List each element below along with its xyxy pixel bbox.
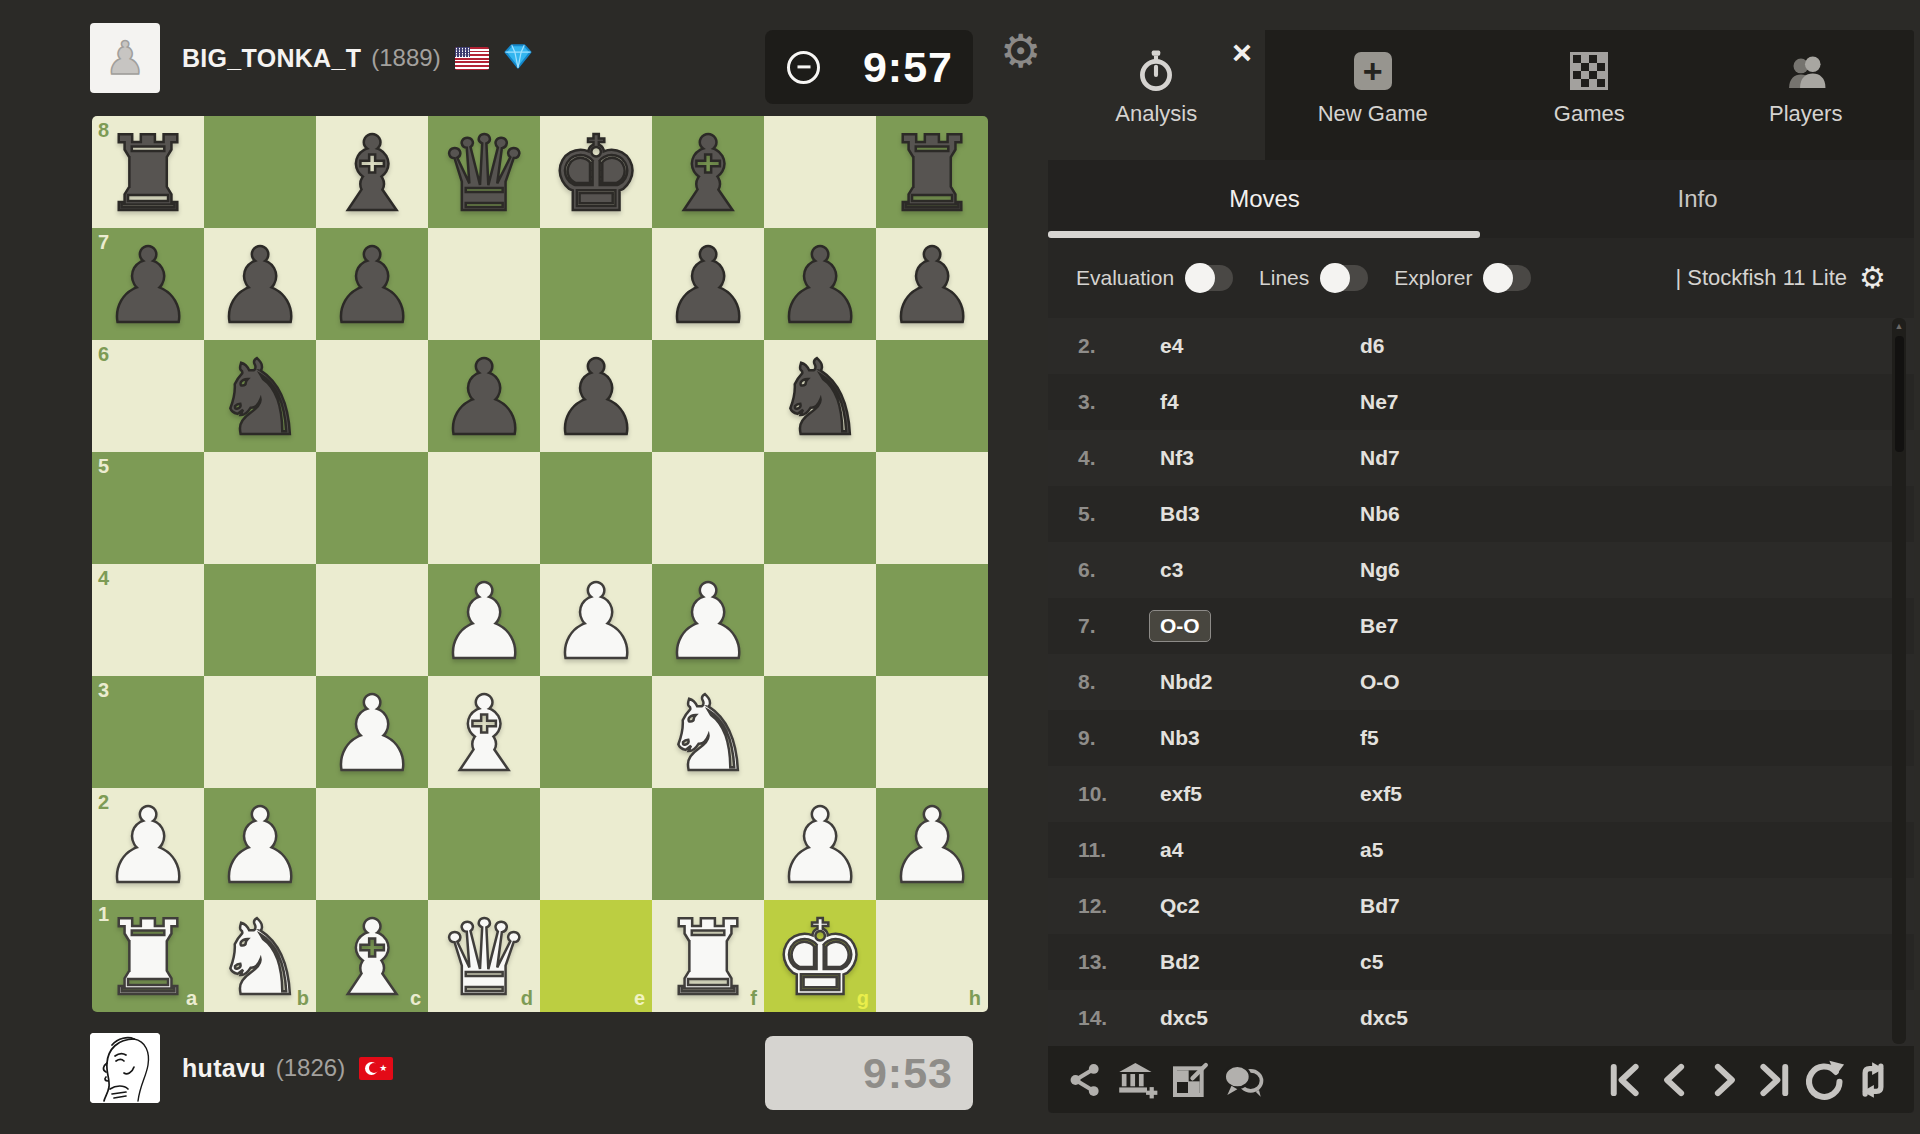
tab-new-game[interactable]: + New Game (1265, 30, 1482, 160)
square-d2[interactable] (428, 788, 540, 900)
board-editor-icon[interactable] (1170, 1060, 1210, 1100)
white-move[interactable]: Bd2 (1160, 950, 1360, 974)
panel-toolbar (1048, 1046, 1914, 1113)
black-rook-a8[interactable]: ♜ (92, 116, 204, 228)
move-number: 11. (1078, 838, 1160, 862)
black-pawn-h7[interactable]: ♟ (876, 228, 988, 340)
move-row-14: 14.dxc5dxc5 (1048, 990, 1914, 1046)
scrollbar-thumb[interactable] (1895, 336, 1904, 452)
square-d3[interactable]: ♝ (428, 676, 540, 788)
white-move[interactable]: Nb3 (1160, 726, 1360, 750)
stopwatch-icon (1137, 47, 1175, 95)
square-b7[interactable]: ♟ (204, 228, 316, 340)
move-row-9: 9.Nb3f5 (1048, 710, 1914, 766)
white-move[interactable]: O-O (1160, 610, 1360, 642)
next-move-icon[interactable] (1703, 1059, 1745, 1101)
square-c4[interactable] (316, 564, 428, 676)
black-pawn-c7[interactable]: ♟ (316, 228, 428, 340)
square-g7[interactable]: ♟ (764, 228, 876, 340)
white-queen-d1[interactable]: ♛ (428, 900, 540, 1012)
black-move[interactable]: Ng6 (1360, 558, 1560, 582)
subtab-info[interactable]: Info (1481, 160, 1914, 238)
black-clock-time: 9:57 (820, 43, 973, 92)
square-h5[interactable] (876, 452, 988, 564)
top-player-avatar: ♟ (90, 23, 160, 93)
move-number: 3. (1078, 390, 1160, 414)
move-number: 13. (1078, 950, 1160, 974)
white-king-g1[interactable]: ♚ (764, 900, 876, 1012)
move-row-6: 6.c3Ng6 (1048, 542, 1914, 598)
square-c7[interactable]: ♟ (316, 228, 428, 340)
square-h7[interactable]: ♟ (876, 228, 988, 340)
square-b8[interactable] (204, 116, 316, 228)
square-e5[interactable] (540, 452, 652, 564)
square-h2[interactable]: ♟ (876, 788, 988, 900)
explorer-toggle[interactable] (1485, 265, 1531, 291)
square-a7[interactable]: 7♟ (92, 228, 204, 340)
square-c1[interactable]: c♝ (316, 900, 428, 1012)
white-move[interactable]: a4 (1160, 838, 1360, 862)
move-row-11: 11.a4a5 (1048, 822, 1914, 878)
black-move[interactable]: f5 (1360, 726, 1560, 750)
white-move[interactable]: Nf3 (1160, 446, 1360, 470)
square-a5[interactable]: 5 (92, 452, 204, 564)
panel-tabstrip: Analysis + New Game Games Players × (1048, 30, 1914, 160)
black-move[interactable]: Bd7 (1360, 894, 1560, 918)
square-g5[interactable] (764, 452, 876, 564)
square-c8[interactable]: ♝ (316, 116, 428, 228)
square-h8[interactable]: ♜ (876, 116, 988, 228)
rank-label-6: 6 (98, 343, 109, 366)
move-row-5: 5.Bd3Nb6 (1048, 486, 1914, 542)
black-bishop-f8[interactable]: ♝ (652, 116, 764, 228)
move-row-10: 10.exf5exf5 (1048, 766, 1914, 822)
white-bishop-c1[interactable]: ♝ (316, 900, 428, 1012)
white-pawn-e4[interactable]: ♟ (540, 564, 652, 676)
move-number: 7. (1078, 614, 1160, 638)
move-row-12: 12.Qc2Bd7 (1048, 878, 1914, 934)
tab-games[interactable]: Games (1481, 30, 1698, 160)
opening-library-add-icon[interactable] (1116, 1059, 1158, 1101)
black-pawn-b7[interactable]: ♟ (204, 228, 316, 340)
engine-settings-gear-icon[interactable]: ⚙ (1859, 263, 1886, 293)
black-move[interactable]: dxc5 (1360, 1006, 1560, 1030)
square-f2[interactable] (652, 788, 764, 900)
black-pawn-g7[interactable]: ♟ (764, 228, 876, 340)
tab-players-label: Players (1769, 101, 1842, 127)
black-move[interactable]: Nd7 (1360, 446, 1560, 470)
move-number: 6. (1078, 558, 1160, 582)
tab-games-label: Games (1554, 101, 1625, 127)
white-move[interactable]: Qc2 (1160, 894, 1360, 918)
black-rook-h8[interactable]: ♜ (876, 116, 988, 228)
flip-board-icon[interactable] (1852, 1059, 1894, 1101)
white-rook-f1[interactable]: ♜ (652, 900, 764, 1012)
tab-players[interactable]: Players (1698, 30, 1915, 160)
square-h3[interactable] (876, 676, 988, 788)
square-e8[interactable]: ♚ (540, 116, 652, 228)
rank-label-4: 4 (98, 567, 109, 590)
square-g1[interactable]: g♚ (764, 900, 876, 1012)
square-e7[interactable] (540, 228, 652, 340)
square-f6[interactable] (652, 340, 764, 452)
square-b4[interactable] (204, 564, 316, 676)
square-h6[interactable] (876, 340, 988, 452)
black-king-e8[interactable]: ♚ (540, 116, 652, 228)
people-icon (1784, 47, 1828, 95)
move-row-7: 7.O-OBe7 (1048, 598, 1914, 654)
square-g4[interactable] (764, 564, 876, 676)
file-label-h: h (969, 987, 981, 1010)
square-a1[interactable]: 1a♜ (92, 900, 204, 1012)
square-b5[interactable] (204, 452, 316, 564)
bottom-player-rating: (1826) (276, 1054, 345, 1082)
bottom-player-name[interactable]: hutavu (182, 1054, 266, 1083)
square-b2[interactable]: ♟ (204, 788, 316, 900)
square-d4[interactable]: ♟ (428, 564, 540, 676)
square-f3[interactable]: ♞ (652, 676, 764, 788)
square-f1[interactable]: f♜ (652, 900, 764, 1012)
black-move[interactable]: Nb6 (1360, 502, 1560, 526)
square-c2[interactable] (316, 788, 428, 900)
black-move[interactable]: c5 (1360, 950, 1560, 974)
evaluation-toggle[interactable] (1187, 265, 1233, 291)
white-pawn-c3[interactable]: ♟ (316, 676, 428, 788)
white-move[interactable]: f4 (1160, 390, 1360, 414)
black-pawn-f7[interactable]: ♟ (652, 228, 764, 340)
square-h4[interactable] (876, 564, 988, 676)
current-move-highlight[interactable]: O-O (1149, 610, 1211, 642)
white-pawn-f4[interactable]: ♟ (652, 564, 764, 676)
file-label-e: e (634, 987, 645, 1010)
white-knight-b1[interactable]: ♞ (204, 900, 316, 1012)
rank-label-3: 3 (98, 679, 109, 702)
square-d6[interactable]: ♟ (428, 340, 540, 452)
square-b1[interactable]: b♞ (204, 900, 316, 1012)
black-move[interactable]: O-O (1360, 670, 1560, 694)
black-move[interactable]: d6 (1360, 334, 1560, 358)
square-e4[interactable]: ♟ (540, 564, 652, 676)
square-d8[interactable]: ♛ (428, 116, 540, 228)
white-clock: 9:53 (765, 1036, 973, 1110)
square-f8[interactable]: ♝ (652, 116, 764, 228)
square-g8[interactable] (764, 116, 876, 228)
top-player-rating: (1889) (371, 44, 440, 72)
square-b6[interactable]: ♞ (204, 340, 316, 452)
square-e3[interactable] (540, 676, 652, 788)
black-clock: 9:57 (765, 30, 973, 104)
square-d1[interactable]: d♛ (428, 900, 540, 1012)
square-c6[interactable] (316, 340, 428, 452)
square-g3[interactable] (764, 676, 876, 788)
white-move[interactable]: Nbd2 (1160, 670, 1360, 694)
bottom-player-avatar (90, 1033, 160, 1103)
white-clock-time: 9:53 (765, 1049, 973, 1098)
move-number: 12. (1078, 894, 1160, 918)
bottom-player-row: hutavu (1826) ★ (90, 1030, 393, 1106)
square-c3[interactable]: ♟ (316, 676, 428, 788)
diamond-membership-icon (503, 43, 533, 74)
lines-toggle-label: Lines (1259, 266, 1309, 290)
move-number: 5. (1078, 502, 1160, 526)
top-player-row: ♟ BIG_TONKA_T (1889) (90, 20, 533, 96)
move-number: 14. (1078, 1006, 1160, 1030)
move-row-8: 8.Nbd2O-O (1048, 654, 1914, 710)
move-list-scrollbar: ▲ (1892, 318, 1906, 1044)
square-e6[interactable]: ♟ (540, 340, 652, 452)
timer-icon (787, 51, 820, 84)
white-rook-a1[interactable]: ♜ (92, 900, 204, 1012)
black-move[interactable]: exf5 (1360, 782, 1560, 806)
square-e2[interactable] (540, 788, 652, 900)
black-pawn-d6[interactable]: ♟ (428, 340, 540, 452)
square-b3[interactable] (204, 676, 316, 788)
white-pawn-a2[interactable]: ♟ (92, 788, 204, 900)
square-f7[interactable]: ♟ (652, 228, 764, 340)
checkerboard-icon (1570, 47, 1608, 95)
move-number: 8. (1078, 670, 1160, 694)
engine-name-label: | Stockfish 11 Lite (1675, 265, 1847, 291)
black-knight-g6[interactable]: ♞ (764, 340, 876, 452)
white-move[interactable]: dxc5 (1160, 1006, 1360, 1030)
lines-toggle[interactable] (1322, 265, 1368, 291)
black-queen-d8[interactable]: ♛ (428, 116, 540, 228)
active-subtab-underline (1048, 231, 1480, 238)
move-number: 4. (1078, 446, 1160, 470)
first-move-icon[interactable] (1605, 1059, 1647, 1101)
move-row-13: 13.Bd2c5 (1048, 934, 1914, 990)
black-pawn-a7[interactable]: ♟ (92, 228, 204, 340)
tab-analysis-label: Analysis (1115, 101, 1197, 127)
last-move-icon[interactable] (1752, 1059, 1794, 1101)
black-bishop-c8[interactable]: ♝ (316, 116, 428, 228)
white-knight-f3[interactable]: ♞ (652, 676, 764, 788)
white-pawn-avatar-icon: ♟ (104, 23, 145, 93)
square-f5[interactable] (652, 452, 764, 564)
plus-square-icon: + (1354, 47, 1392, 95)
square-h1[interactable]: h (876, 900, 988, 1012)
move-number: 10. (1078, 782, 1160, 806)
white-move[interactable]: e4 (1160, 334, 1360, 358)
black-pawn-e6[interactable]: ♟ (540, 340, 652, 452)
analysis-panel: Analysis + New Game Games Players × Move… (1048, 30, 1914, 1113)
black-move[interactable]: a5 (1360, 838, 1560, 862)
move-number: 9. (1078, 726, 1160, 750)
tr-flag-icon: ★ (359, 1057, 393, 1080)
us-flag-icon (455, 47, 489, 70)
square-a4[interactable]: 4 (92, 564, 204, 676)
panel-subtabs: Moves Info (1048, 160, 1914, 238)
black-move[interactable]: Be7 (1360, 614, 1560, 638)
square-a2[interactable]: 2♟ (92, 788, 204, 900)
scrollbar-up-arrow[interactable]: ▲ (1892, 318, 1906, 334)
white-move[interactable]: c3 (1160, 558, 1360, 582)
move-row-3: 3.f4Ne7 (1048, 374, 1914, 430)
move-number: 2. (1078, 334, 1160, 358)
black-knight-b6[interactable]: ♞ (204, 340, 316, 452)
white-move[interactable]: Bd3 (1160, 502, 1360, 526)
move-list: 2.e4d63.f4Ne74.Nf3Nd75.Bd3Nb66.c3Ng67.O-… (1048, 318, 1914, 1046)
share-icon[interactable] (1066, 1061, 1104, 1099)
square-a6[interactable]: 6 (92, 340, 204, 452)
engine-toggles-row: Evaluation Lines Explorer | Stockfish 11… (1048, 238, 1914, 318)
square-c5[interactable] (316, 452, 428, 564)
white-move[interactable]: exf5 (1160, 782, 1360, 806)
previous-move-icon[interactable] (1654, 1059, 1696, 1101)
rank-label-5: 5 (98, 455, 109, 478)
square-g6[interactable]: ♞ (764, 340, 876, 452)
square-d7[interactable] (428, 228, 540, 340)
top-player-name[interactable]: BIG_TONKA_T (182, 44, 361, 73)
square-d5[interactable] (428, 452, 540, 564)
subtab-moves[interactable]: Moves (1048, 160, 1481, 238)
white-pawn-h2[interactable]: ♟ (876, 788, 988, 900)
white-bishop-d3[interactable]: ♝ (428, 676, 540, 788)
tab-new-game-label: New Game (1318, 101, 1428, 127)
chess-board: 8♜♝♛♚♝♜7♟♟♟♟♟♟6♞♟♟♞54♟♟♟3♟♝♞2♟♟♟♟1a♜b♞c♝… (92, 116, 988, 1012)
move-row-4: 4.Nf3Nd7 (1048, 430, 1914, 486)
white-pawn-b2[interactable]: ♟ (204, 788, 316, 900)
square-a8[interactable]: 8♜ (92, 116, 204, 228)
square-e1[interactable]: e (540, 900, 652, 1012)
white-pawn-g2[interactable]: ♟ (764, 788, 876, 900)
reset-icon[interactable] (1801, 1058, 1845, 1102)
white-pawn-d4[interactable]: ♟ (428, 564, 540, 676)
square-f4[interactable]: ♟ (652, 564, 764, 676)
chat-icon[interactable] (1222, 1060, 1266, 1100)
explorer-toggle-label: Explorer (1394, 266, 1472, 290)
square-a3[interactable]: 3 (92, 676, 204, 788)
black-move[interactable]: Ne7 (1360, 390, 1560, 414)
square-g2[interactable]: ♟ (764, 788, 876, 900)
wojak-avatar-icon (90, 1033, 160, 1103)
evaluation-toggle-label: Evaluation (1076, 266, 1174, 290)
settings-gear-icon[interactable]: ⚙ (1000, 28, 1041, 74)
close-icon[interactable]: × (1232, 32, 1252, 72)
move-row-2: 2.e4d6 (1048, 318, 1914, 374)
